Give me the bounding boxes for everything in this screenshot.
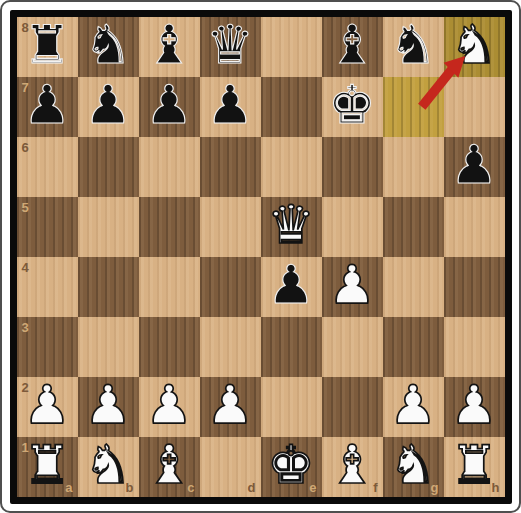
square-e8[interactable] <box>261 17 322 77</box>
piece-white-knight[interactable]: ♞ <box>389 438 437 491</box>
piece-black-bishop[interactable]: ♝ <box>145 18 193 71</box>
square-h1[interactable]: ♜h <box>444 437 505 497</box>
square-g6[interactable] <box>383 137 444 197</box>
file-label-d: d <box>248 481 256 494</box>
square-f3[interactable] <box>322 317 383 377</box>
square-b5[interactable] <box>78 197 139 257</box>
square-h6[interactable]: ♟ <box>444 137 505 197</box>
square-h3[interactable] <box>444 317 505 377</box>
square-c4[interactable] <box>139 257 200 317</box>
square-d1[interactable]: d <box>200 437 261 497</box>
square-b6[interactable] <box>78 137 139 197</box>
square-g1[interactable]: ♞g <box>383 437 444 497</box>
square-b8[interactable]: ♞ <box>78 17 139 77</box>
square-d3[interactable] <box>200 317 261 377</box>
piece-black-knight[interactable]: ♞ <box>389 18 437 71</box>
piece-white-knight[interactable]: ♞ <box>450 18 498 71</box>
square-e3[interactable] <box>261 317 322 377</box>
square-c7[interactable]: ♟ <box>139 77 200 137</box>
square-g2[interactable]: ♟ <box>383 377 444 437</box>
rank-label-3: 3 <box>22 321 29 334</box>
piece-white-bishop[interactable]: ♝ <box>145 438 193 491</box>
square-a7[interactable]: ♟7 <box>17 77 78 137</box>
piece-white-pawn[interactable]: ♟ <box>145 378 193 431</box>
square-f5[interactable] <box>322 197 383 257</box>
piece-white-pawn[interactable]: ♟ <box>23 378 71 431</box>
piece-black-pawn[interactable]: ♟ <box>84 78 132 131</box>
piece-white-queen[interactable]: ♛ <box>267 198 315 251</box>
square-d4[interactable] <box>200 257 261 317</box>
square-h7[interactable] <box>444 77 505 137</box>
square-g8[interactable]: ♞ <box>383 17 444 77</box>
square-c1[interactable]: ♝c <box>139 437 200 497</box>
piece-black-bishop[interactable]: ♝ <box>328 18 376 71</box>
square-b3[interactable] <box>78 317 139 377</box>
square-d8[interactable]: ♛ <box>200 17 261 77</box>
piece-white-pawn[interactable]: ♟ <box>389 378 437 431</box>
piece-white-pawn[interactable]: ♟ <box>450 378 498 431</box>
square-b4[interactable] <box>78 257 139 317</box>
piece-white-bishop[interactable]: ♝ <box>328 438 376 491</box>
square-g7[interactable] <box>383 77 444 137</box>
piece-white-rook[interactable]: ♜ <box>450 438 498 491</box>
chess-board: ♜8♞♝♛♝♞♞♟7♟♟♟♚6♟5♛4♟♟3♟2♟♟♟♟♟♜1a♞b♝cd♚e♝… <box>17 17 505 497</box>
square-a3[interactable]: 3 <box>17 317 78 377</box>
piece-black-queen[interactable]: ♛ <box>206 18 254 71</box>
square-b7[interactable]: ♟ <box>78 77 139 137</box>
square-d2[interactable]: ♟ <box>200 377 261 437</box>
piece-black-pawn[interactable]: ♟ <box>145 78 193 131</box>
piece-black-rook[interactable]: ♜ <box>23 18 71 71</box>
rank-label-4: 4 <box>22 261 29 274</box>
square-g5[interactable] <box>383 197 444 257</box>
board-frame: ♜8♞♝♛♝♞♞♟7♟♟♟♚6♟5♛4♟♟3♟2♟♟♟♟♟♜1a♞b♝cd♚e♝… <box>10 10 512 504</box>
square-d6[interactable] <box>200 137 261 197</box>
square-b2[interactable]: ♟ <box>78 377 139 437</box>
square-h4[interactable] <box>444 257 505 317</box>
square-a4[interactable]: 4 <box>17 257 78 317</box>
piece-white-king[interactable]: ♚ <box>267 438 315 491</box>
square-e6[interactable] <box>261 137 322 197</box>
square-c8[interactable]: ♝ <box>139 17 200 77</box>
square-f1[interactable]: ♝f <box>322 437 383 497</box>
piece-black-pawn[interactable]: ♟ <box>206 78 254 131</box>
piece-black-pawn[interactable]: ♟ <box>450 138 498 191</box>
square-e5[interactable]: ♛ <box>261 197 322 257</box>
piece-white-pawn[interactable]: ♟ <box>84 378 132 431</box>
square-d5[interactable] <box>200 197 261 257</box>
square-a1[interactable]: ♜1a <box>17 437 78 497</box>
rank-label-6: 6 <box>22 141 29 154</box>
piece-white-knight[interactable]: ♞ <box>84 438 132 491</box>
square-e7[interactable] <box>261 77 322 137</box>
screenshot-page: ♜8♞♝♛♝♞♞♟7♟♟♟♚6♟5♛4♟♟3♟2♟♟♟♟♟♜1a♞b♝cd♚e♝… <box>0 0 521 513</box>
piece-black-king[interactable]: ♚ <box>328 78 376 131</box>
square-d7[interactable]: ♟ <box>200 77 261 137</box>
image-border-frame: ♜8♞♝♛♝♞♞♟7♟♟♟♚6♟5♛4♟♟3♟2♟♟♟♟♟♜1a♞b♝cd♚e♝… <box>0 0 521 513</box>
square-e4[interactable]: ♟ <box>261 257 322 317</box>
square-a8[interactable]: ♜8 <box>17 17 78 77</box>
square-c5[interactable] <box>139 197 200 257</box>
square-f2[interactable] <box>322 377 383 437</box>
square-e1[interactable]: ♚e <box>261 437 322 497</box>
square-b1[interactable]: ♞b <box>78 437 139 497</box>
piece-black-pawn[interactable]: ♟ <box>23 78 71 131</box>
square-c6[interactable] <box>139 137 200 197</box>
piece-white-pawn[interactable]: ♟ <box>206 378 254 431</box>
square-h5[interactable] <box>444 197 505 257</box>
piece-white-rook[interactable]: ♜ <box>23 438 71 491</box>
piece-white-pawn[interactable]: ♟ <box>328 258 376 311</box>
board-wrap: ♜8♞♝♛♝♞♞♟7♟♟♟♚6♟5♛4♟♟3♟2♟♟♟♟♟♜1a♞b♝cd♚e♝… <box>17 17 505 497</box>
square-h2[interactable]: ♟ <box>444 377 505 437</box>
square-c2[interactable]: ♟ <box>139 377 200 437</box>
square-f6[interactable] <box>322 137 383 197</box>
piece-black-knight[interactable]: ♞ <box>84 18 132 71</box>
square-f4[interactable]: ♟ <box>322 257 383 317</box>
square-h8[interactable]: ♞ <box>444 17 505 77</box>
square-a6[interactable]: 6 <box>17 137 78 197</box>
square-e2[interactable] <box>261 377 322 437</box>
square-a5[interactable]: 5 <box>17 197 78 257</box>
square-g4[interactable] <box>383 257 444 317</box>
piece-black-pawn[interactable]: ♟ <box>267 258 315 311</box>
square-g3[interactable] <box>383 317 444 377</box>
square-f8[interactable]: ♝ <box>322 17 383 77</box>
rank-label-5: 5 <box>22 201 29 214</box>
square-c3[interactable] <box>139 317 200 377</box>
square-a2[interactable]: ♟2 <box>17 377 78 437</box>
square-f7[interactable]: ♚ <box>322 77 383 137</box>
